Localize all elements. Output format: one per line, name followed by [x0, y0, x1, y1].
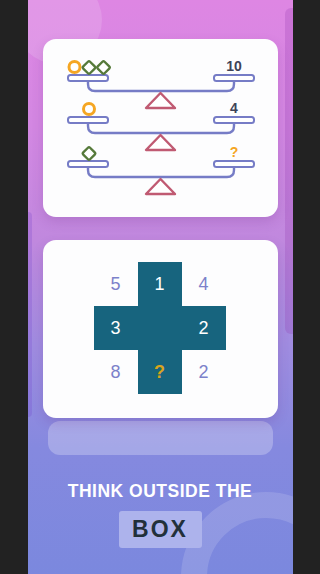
- scale-unknown-label[interactable]: ?: [229, 144, 238, 160]
- circle-weight-icon: [69, 62, 80, 73]
- app-screenshot: 104? 514328?2 THINK OUTSIDE THE BOX: [28, 0, 293, 574]
- balance-puzzle-card: 104?: [43, 39, 278, 217]
- balance-scales-svg: 104?: [43, 39, 278, 217]
- box-badge: BOX: [119, 511, 202, 548]
- left-pan: [68, 161, 108, 167]
- corner-number-cell: 4: [182, 262, 226, 306]
- corner-number-cell: 5: [94, 262, 138, 306]
- right-pan: [214, 117, 254, 123]
- diamond-weight-icon: [82, 61, 96, 75]
- cross-grid: 514328?2: [94, 262, 226, 394]
- right-pan: [214, 75, 254, 81]
- scale-value-label: 4: [230, 100, 238, 116]
- cross-cell: [138, 306, 182, 350]
- right-pan: [214, 161, 254, 167]
- decor-strip-right: [285, 8, 293, 334]
- cross-cell[interactable]: ?: [138, 350, 182, 394]
- left-pan: [68, 117, 108, 123]
- left-pan: [68, 75, 108, 81]
- balance-scale: ?: [68, 144, 254, 194]
- decor-strip-left: [28, 212, 32, 417]
- corner-number-cell: 8: [94, 350, 138, 394]
- cross-cell: 3: [94, 306, 138, 350]
- cross-cell: 2: [182, 306, 226, 350]
- fulcrum-triangle-icon: [146, 179, 175, 194]
- diamond-weight-icon: [82, 147, 96, 161]
- ghost-card: [48, 421, 273, 455]
- cross-cell: 1: [138, 262, 182, 306]
- box-badge-label: BOX: [132, 516, 188, 543]
- corner-number-cell: 2: [182, 350, 226, 394]
- beam: [88, 166, 234, 177]
- fulcrum-triangle-icon: [146, 93, 175, 108]
- beam: [88, 122, 234, 133]
- fulcrum-triangle-icon: [146, 135, 175, 150]
- cross-puzzle-card: 514328?2: [43, 240, 278, 418]
- diamond-weight-icon: [96, 61, 110, 75]
- circle-weight-icon: [83, 104, 94, 115]
- balance-scale: 10: [68, 58, 254, 108]
- scale-value-label: 10: [226, 58, 242, 74]
- caption-text: THINK OUTSIDE THE: [28, 481, 293, 502]
- beam: [88, 80, 234, 91]
